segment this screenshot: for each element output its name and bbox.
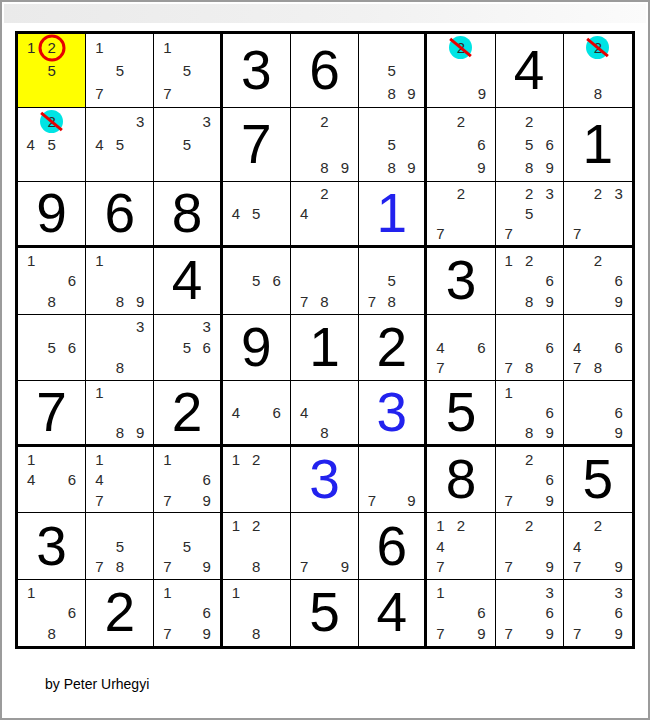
- cell-r7c5[interactable]: 3: [291, 447, 359, 513]
- candidate-7: 7: [499, 623, 519, 644]
- candidate-9: 9: [471, 156, 491, 179]
- candidate-grid: 579: [154, 513, 219, 578]
- cell-r1c7[interactable]: 29: [427, 34, 495, 108]
- candidate-7: 7: [89, 82, 109, 105]
- cell-r9c2[interactable]: 2: [86, 580, 154, 646]
- cell-r7c3[interactable]: 1679: [154, 447, 222, 513]
- candidate-6: 6: [197, 602, 217, 623]
- cell-r1c4[interactable]: 3: [223, 34, 291, 108]
- candidate-grid: 78: [291, 248, 358, 313]
- cell-r2c6[interactable]: 589: [359, 108, 427, 182]
- candidate-grid: 1679: [154, 580, 219, 646]
- candidate-6: 6: [266, 403, 286, 423]
- candidate-6: 6: [62, 470, 82, 490]
- candidate-2: 2: [519, 515, 539, 535]
- cell-r6c5[interactable]: 48: [291, 381, 359, 447]
- candidate-4: 4: [294, 403, 314, 423]
- cell-r2c5[interactable]: 289: [291, 108, 359, 182]
- candidate-6: 6: [197, 470, 217, 490]
- cell-r9c1[interactable]: 168: [18, 580, 86, 646]
- candidate-grid: 678: [496, 315, 563, 380]
- candidate-9: 9: [197, 623, 217, 644]
- cell-r3c3[interactable]: 8: [154, 182, 222, 248]
- circled-candidate-2: 2: [41, 36, 61, 59]
- candidate-9: 9: [608, 556, 629, 576]
- candidate-1: 1: [430, 582, 450, 603]
- cell-r8c2[interactable]: 578: [86, 513, 154, 579]
- candidate-5: 5: [41, 337, 61, 357]
- cell-r4c5[interactable]: 78: [291, 248, 359, 314]
- candidate-4: 4: [89, 470, 109, 490]
- candidate-grid: 189: [86, 248, 153, 313]
- candidate-1: 1: [157, 36, 177, 59]
- cell-r6c7[interactable]: 5: [427, 381, 495, 447]
- candidate-9: 9: [539, 490, 559, 510]
- candidate-grid: 1689: [496, 381, 563, 444]
- cell-r8c8[interactable]: 279: [496, 513, 564, 579]
- candidate-3: 3: [539, 582, 559, 603]
- solved-digit: 7: [223, 108, 290, 181]
- candidate-7: 7: [567, 357, 588, 377]
- candidate-6: 6: [539, 133, 559, 156]
- candidate-5: 5: [40, 133, 63, 156]
- candidate-6: 6: [62, 271, 82, 291]
- solved-digit: 6: [359, 513, 424, 578]
- candidate-grid: 189: [86, 381, 153, 444]
- solved-digit: 9: [18, 182, 85, 245]
- cell-r5c5[interactable]: 1: [291, 315, 359, 381]
- candidate-7: 7: [430, 224, 450, 244]
- candidate-4: 4: [226, 204, 246, 224]
- candidate-grid: 1679: [154, 447, 219, 512]
- candidate-grid: 578: [86, 513, 153, 578]
- candidate-4: 4: [89, 133, 109, 156]
- candidate-6: 6: [471, 133, 491, 156]
- candidate-2: 2: [451, 515, 471, 535]
- candidate-5: 5: [246, 271, 266, 291]
- candidate-7: 7: [567, 623, 588, 644]
- solved-digit: 4: [359, 580, 424, 646]
- solved-digit: 5: [291, 580, 358, 646]
- candidate-5: 5: [41, 59, 61, 82]
- candidate-8: 8: [246, 623, 266, 644]
- candidate-6: 6: [539, 271, 559, 291]
- candidate-7: 7: [157, 556, 177, 576]
- candidate-grid: 2479: [564, 513, 632, 578]
- candidate-grid: 578: [359, 248, 424, 313]
- candidate-8: 8: [110, 556, 130, 576]
- cell-r8c5[interactable]: 79: [291, 513, 359, 579]
- solved-digit: 3: [359, 381, 424, 444]
- cell-r4c2[interactable]: 189: [86, 248, 154, 314]
- candidate-6: 6: [197, 337, 217, 357]
- cell-r4c6[interactable]: 578: [359, 248, 427, 314]
- candidate-1: 1: [21, 449, 41, 469]
- candidate-8: 8: [588, 357, 609, 377]
- candidate-7: 7: [157, 82, 177, 105]
- candidate-6: 6: [539, 470, 559, 490]
- candidate-5: 5: [177, 337, 197, 357]
- candidate-8: 8: [314, 422, 334, 442]
- cell-r1c9[interactable]: 28: [564, 34, 632, 108]
- cell-r2c3[interactable]: 35: [154, 108, 222, 182]
- cell-r1c8[interactable]: 4: [496, 34, 564, 108]
- candidate-grid: 269: [564, 248, 632, 313]
- candidate-1: 1: [89, 383, 109, 403]
- candidate-grid: 289: [291, 108, 358, 181]
- solved-digit: 2: [154, 381, 219, 444]
- candidate-9: 9: [335, 556, 355, 576]
- cell-r5c2[interactable]: 38: [86, 315, 154, 381]
- cell-r9c6[interactable]: 4: [359, 580, 427, 646]
- candidate-6: 6: [62, 337, 82, 357]
- cell-r4c7[interactable]: 3: [427, 248, 495, 314]
- cell-r3c4[interactable]: 45: [223, 182, 291, 248]
- candidate-grid: 3679: [564, 580, 632, 646]
- candidate-grid: 345: [86, 108, 153, 181]
- cell-r3c8[interactable]: 2357: [496, 182, 564, 248]
- candidate-2: 2: [519, 110, 539, 133]
- cell-r2c7[interactable]: 269: [427, 108, 495, 182]
- candidate-grid: 356: [154, 315, 219, 380]
- cell-r6c3[interactable]: 2: [154, 381, 222, 447]
- candidate-8: 8: [110, 291, 130, 311]
- cell-r3c9[interactable]: 237: [564, 182, 632, 248]
- candidate-5: 5: [246, 204, 266, 224]
- candidate-grid: 45: [223, 182, 290, 245]
- cell-r9c3[interactable]: 1679: [154, 580, 222, 646]
- candidate-9: 9: [197, 490, 217, 510]
- candidate-grid: 28: [564, 34, 632, 107]
- solved-digit: 2: [359, 315, 424, 380]
- candidate-8: 8: [110, 422, 130, 442]
- cell-r9c4[interactable]: 18: [223, 580, 291, 646]
- candidate-9: 9: [197, 556, 217, 576]
- candidate-7: 7: [430, 623, 450, 644]
- cell-r4c4[interactable]: 56: [223, 248, 291, 314]
- candidate-7: 7: [362, 291, 382, 311]
- cell-r6c9[interactable]: 69: [564, 381, 632, 447]
- cell-r5c9[interactable]: 4678: [564, 315, 632, 381]
- candidate-grid: 27: [427, 182, 494, 245]
- candidate-3: 3: [197, 110, 217, 133]
- cell-r8c7[interactable]: 1247: [427, 513, 495, 579]
- candidate-grid: 56: [18, 315, 85, 380]
- candidate-1: 1: [430, 515, 450, 535]
- candidate-grid: 18: [223, 580, 290, 646]
- candidate-7: 7: [499, 357, 519, 377]
- candidate-1: 1: [89, 250, 109, 270]
- candidate-9: 9: [608, 291, 629, 311]
- solved-digit: 6: [86, 182, 153, 245]
- candidate-grid: 157: [154, 34, 219, 107]
- candidate-1: 1: [226, 515, 246, 535]
- candidate-8: 8: [382, 82, 402, 105]
- cell-r8c3[interactable]: 579: [154, 513, 222, 579]
- candidate-5: 5: [382, 59, 402, 82]
- candidate-grid: 29: [427, 34, 494, 107]
- candidate-7: 7: [294, 291, 314, 311]
- candidate-grid: 12689: [496, 248, 563, 313]
- candidate-5: 5: [177, 133, 197, 156]
- candidate-9: 9: [471, 623, 491, 644]
- candidate-grid: 279: [496, 513, 563, 578]
- candidate-5: 5: [382, 133, 402, 156]
- cell-r7c1[interactable]: 146: [18, 447, 86, 513]
- candidate-grid: 168: [18, 580, 85, 646]
- candidate-7: 7: [157, 490, 177, 510]
- cell-r4c9[interactable]: 269: [564, 248, 632, 314]
- candidate-7: 7: [499, 490, 519, 510]
- cell-r2c8[interactable]: 25689: [496, 108, 564, 182]
- solved-digit: 9: [223, 315, 290, 380]
- candidate-9: 9: [335, 156, 355, 179]
- candidate-6: 6: [266, 271, 286, 291]
- candidate-9: 9: [539, 556, 559, 576]
- cell-r7c9[interactable]: 5: [564, 447, 632, 513]
- cell-r8c4[interactable]: 128: [223, 513, 291, 579]
- cell-r7c7[interactable]: 8: [427, 447, 495, 513]
- candidate-2: 2: [588, 184, 609, 204]
- candidate-9: 9: [539, 291, 559, 311]
- candidate-7: 7: [89, 490, 109, 510]
- candidate-grid: 1247: [427, 513, 494, 578]
- candidate-8: 8: [519, 156, 539, 179]
- candidate-8: 8: [382, 156, 402, 179]
- candidate-5: 5: [382, 271, 402, 291]
- cell-r2c9[interactable]: 1: [564, 108, 632, 182]
- solved-digit: 3: [223, 34, 290, 107]
- solved-digit: 5: [564, 447, 632, 512]
- candidate-7: 7: [294, 556, 314, 576]
- candidate-7: 7: [362, 490, 382, 510]
- candidate-4: 4: [430, 337, 450, 357]
- candidate-grid: 1679: [427, 580, 494, 646]
- candidate-grid: 168: [18, 248, 85, 313]
- candidate-1: 1: [157, 449, 177, 469]
- cell-r2c1[interactable]: 245: [18, 108, 86, 182]
- candidate-6: 6: [608, 337, 629, 357]
- candidate-1: 1: [21, 250, 41, 270]
- candidate-6: 6: [608, 271, 629, 291]
- candidate-7: 7: [499, 224, 519, 244]
- cell-r8c9[interactable]: 2479: [564, 513, 632, 579]
- candidate-grid: 147: [86, 447, 153, 512]
- cell-r4c1[interactable]: 168: [18, 248, 86, 314]
- candidate-1: 1: [499, 383, 519, 403]
- candidate-grid: 79: [359, 447, 424, 512]
- candidate-6: 6: [471, 602, 491, 623]
- candidate-7: 7: [567, 556, 588, 576]
- candidate-grid: 56: [223, 248, 290, 313]
- cell-r9c5[interactable]: 5: [291, 580, 359, 646]
- candidate-8: 8: [41, 291, 61, 311]
- candidate-6: 6: [608, 602, 629, 623]
- candidate-grid: 467: [427, 315, 494, 380]
- candidate-grid: 269: [427, 108, 494, 181]
- candidate-9: 9: [472, 82, 491, 105]
- cell-r5c4[interactable]: 9: [223, 315, 291, 381]
- candidate-8: 8: [519, 422, 539, 442]
- cell-r2c4[interactable]: 7: [223, 108, 291, 182]
- cell-r3c2[interactable]: 6: [86, 182, 154, 248]
- eliminated-candidate-2: 2: [40, 110, 63, 133]
- candidate-2: 2: [588, 515, 609, 535]
- candidate-5: 5: [110, 536, 130, 556]
- candidate-2: 2: [519, 250, 539, 270]
- solved-digit: 1: [291, 315, 358, 380]
- cell-r7c8[interactable]: 2679: [496, 447, 564, 513]
- eliminated-candidate-2: 2: [586, 36, 609, 59]
- candidate-grid: 589: [359, 108, 424, 181]
- candidate-grid: 157: [86, 34, 153, 107]
- cell-r2c2[interactable]: 345: [86, 108, 154, 182]
- candidate-9: 9: [130, 422, 150, 442]
- cell-r1c5[interactable]: 6: [291, 34, 359, 108]
- candidate-4: 4: [226, 403, 246, 423]
- cell-r6c8[interactable]: 1689: [496, 381, 564, 447]
- cell-r6c1[interactable]: 7: [18, 381, 86, 447]
- candidate-grid: 245: [18, 108, 85, 181]
- candidate-grid: 12: [223, 447, 290, 512]
- candidate-3: 3: [130, 110, 150, 133]
- candidate-grid: 46: [223, 381, 290, 444]
- cell-r8c6[interactable]: 6: [359, 513, 427, 579]
- candidate-6: 6: [62, 602, 82, 623]
- candidate-1: 1: [157, 582, 177, 603]
- solved-digit: 4: [154, 248, 219, 313]
- cell-r6c4[interactable]: 46: [223, 381, 291, 447]
- candidate-8: 8: [314, 291, 334, 311]
- candidate-grid: 25689: [496, 108, 563, 181]
- candidate-4: 4: [567, 337, 588, 357]
- candidate-8: 8: [586, 82, 609, 105]
- candidate-6: 6: [539, 337, 559, 357]
- candidate-6: 6: [539, 602, 559, 623]
- candidate-grid: 125: [18, 34, 85, 107]
- candidate-grid: 589: [359, 34, 424, 107]
- candidate-9: 9: [539, 156, 559, 179]
- candidate-8: 8: [41, 623, 61, 644]
- cell-r4c3[interactable]: 4: [154, 248, 222, 314]
- solved-digit: 8: [154, 182, 219, 245]
- cell-r3c5[interactable]: 24: [291, 182, 359, 248]
- candidate-grid: 3679: [496, 580, 563, 646]
- candidate-1: 1: [89, 449, 109, 469]
- cell-r3c6[interactable]: 1: [359, 182, 427, 248]
- candidate-8: 8: [110, 357, 130, 377]
- solved-digit: 7: [18, 381, 85, 444]
- solved-digit: 3: [18, 513, 85, 578]
- candidate-8: 8: [314, 156, 334, 179]
- candidate-3: 3: [130, 317, 150, 337]
- candidate-9: 9: [539, 623, 559, 644]
- candidate-1: 1: [499, 250, 519, 270]
- candidate-grid: 146: [18, 447, 85, 512]
- candidate-grid: 38: [86, 315, 153, 380]
- candidate-9: 9: [402, 490, 422, 510]
- candidate-5: 5: [519, 204, 539, 224]
- candidate-4: 4: [567, 536, 588, 556]
- candidate-1: 1: [226, 449, 246, 469]
- candidate-grid: 24: [291, 182, 358, 245]
- cell-r5c7[interactable]: 467: [427, 315, 495, 381]
- candidate-4: 4: [21, 470, 41, 490]
- sudoku-board: 1251571573658929428245345357289589269256…: [15, 31, 635, 649]
- cell-r5c6[interactable]: 2: [359, 315, 427, 381]
- candidate-8: 8: [382, 291, 402, 311]
- candidate-3: 3: [608, 582, 629, 603]
- cell-r1c1[interactable]: 125: [18, 34, 86, 108]
- candidate-grid: 48: [291, 381, 358, 444]
- candidate-3: 3: [197, 317, 217, 337]
- candidate-4: 4: [294, 204, 314, 224]
- solved-digit: 4: [496, 34, 563, 107]
- candidate-9: 9: [608, 623, 629, 644]
- cell-r6c6[interactable]: 3: [359, 381, 427, 447]
- cell-r5c1[interactable]: 56: [18, 315, 86, 381]
- solved-digit: 1: [359, 182, 424, 245]
- cell-r7c2[interactable]: 147: [86, 447, 154, 513]
- cell-r8c1[interactable]: 3: [18, 513, 86, 579]
- cell-r1c3[interactable]: 157: [154, 34, 222, 108]
- candidate-9: 9: [402, 156, 422, 179]
- cell-r9c7[interactable]: 1679: [427, 580, 495, 646]
- candidate-grid: 128: [223, 513, 290, 578]
- candidate-7: 7: [430, 556, 450, 576]
- candidate-2: 2: [519, 449, 539, 469]
- cell-r3c1[interactable]: 9: [18, 182, 86, 248]
- candidate-2: 2: [246, 515, 266, 535]
- cell-r9c8[interactable]: 3679: [496, 580, 564, 646]
- candidate-5: 5: [177, 59, 197, 82]
- candidate-2: 2: [314, 110, 334, 133]
- candidate-3: 3: [539, 184, 559, 204]
- solved-digit: 1: [564, 108, 632, 181]
- candidate-8: 8: [246, 556, 266, 576]
- cell-r3c7[interactable]: 27: [427, 182, 495, 248]
- cell-r7c4[interactable]: 12: [223, 447, 291, 513]
- candidate-9: 9: [539, 422, 559, 442]
- cell-r5c8[interactable]: 678: [496, 315, 564, 381]
- candidate-2: 2: [314, 184, 334, 204]
- candidate-8: 8: [519, 357, 539, 377]
- candidate-3: 3: [608, 184, 629, 204]
- cell-r9c9[interactable]: 3679: [564, 580, 632, 646]
- candidate-grid: 2679: [496, 447, 563, 512]
- candidate-4: 4: [430, 536, 450, 556]
- candidate-5: 5: [519, 133, 539, 156]
- candidate-2: 2: [451, 184, 471, 204]
- candidate-7: 7: [89, 556, 109, 576]
- solved-digit: 6: [291, 34, 358, 107]
- candidate-1: 1: [226, 582, 246, 603]
- candidate-7: 7: [499, 556, 519, 576]
- cell-r6c2[interactable]: 189: [86, 381, 154, 447]
- cell-r5c3[interactable]: 356: [154, 315, 222, 381]
- candidate-2: 2: [588, 250, 609, 270]
- cell-r1c2[interactable]: 157: [86, 34, 154, 108]
- cell-r1c6[interactable]: 589: [359, 34, 427, 108]
- candidate-4: 4: [21, 133, 40, 156]
- candidate-8: 8: [519, 291, 539, 311]
- cell-r4c8[interactable]: 12689: [496, 248, 564, 314]
- cell-r7c6[interactable]: 79: [359, 447, 427, 513]
- author-credit: by Peter Urhegyi: [45, 676, 149, 692]
- candidate-6: 6: [471, 337, 491, 357]
- candidate-9: 9: [130, 291, 150, 311]
- candidate-9: 9: [402, 82, 422, 105]
